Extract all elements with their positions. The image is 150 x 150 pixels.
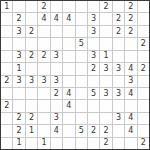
cell-r7c7[interactable] [76, 76, 87, 87]
cell-r4c4[interactable] [38, 38, 49, 49]
cell-r8c11[interactable]: 4 [125, 88, 136, 99]
cell-r6c7[interactable] [76, 63, 87, 74]
cell-r10c2[interactable]: 2 [13, 113, 24, 124]
cell-r12c3[interactable] [26, 138, 37, 149]
cell-r5c1[interactable] [1, 51, 12, 62]
cell-r6c5[interactable] [51, 63, 62, 74]
cell-r6c9[interactable]: 3 [100, 63, 111, 74]
cell-r12c11[interactable] [125, 138, 136, 149]
cell-r9c4[interactable] [38, 100, 49, 111]
cell-r1c4[interactable]: 2 [38, 1, 49, 12]
cell-r10c12[interactable] [138, 113, 149, 124]
cell-r2c1[interactable] [1, 13, 12, 24]
cell-r1c10[interactable] [113, 1, 124, 12]
cell-r4c9[interactable] [100, 38, 111, 49]
cell-r8c12[interactable] [138, 88, 149, 99]
cell-r9c6[interactable]: 4 [63, 100, 74, 111]
cell-r6c6[interactable] [63, 63, 74, 74]
cell-r3c8[interactable]: 3 [88, 26, 99, 37]
cell-r5c6[interactable] [63, 51, 74, 62]
cell-r12c1[interactable] [1, 138, 12, 149]
cell-r3c7[interactable] [76, 26, 87, 37]
cell-r10c10[interactable]: 3 [113, 113, 124, 124]
cell-r10c3[interactable]: 2 [26, 113, 37, 124]
cell-r7c3[interactable]: 3 [26, 76, 37, 87]
cell-r9c9[interactable] [100, 100, 111, 111]
cell-r8c2[interactable] [13, 88, 24, 99]
cell-r2c6[interactable]: 4 [63, 13, 74, 24]
cell-r11c9[interactable]: 2 [100, 125, 111, 136]
cell-r7c10[interactable] [113, 76, 124, 87]
cell-r3c11[interactable]: 2 [125, 26, 136, 37]
cell-r8c10[interactable]: 3 [113, 88, 124, 99]
cell-r11c2[interactable]: 2 [13, 125, 24, 136]
cell-r7c12[interactable] [138, 76, 149, 87]
cell-r8c5[interactable]: 2 [51, 88, 62, 99]
cell-r8c6[interactable]: 4 [63, 88, 74, 99]
cell-r8c1[interactable] [1, 88, 12, 99]
cell-r1c5[interactable] [51, 1, 62, 12]
cell-r9c5[interactable] [51, 100, 62, 111]
cell-r4c11[interactable] [125, 38, 136, 49]
cell-r5c5[interactable]: 3 [51, 51, 62, 62]
cell-r9c10[interactable] [113, 100, 124, 111]
puzzle-board: 1222244432232322523223311233422333332453… [0, 0, 150, 150]
cell-r6c1[interactable] [1, 63, 12, 74]
cell-r7c1[interactable]: 2 [1, 76, 12, 87]
cell-r2c2[interactable]: 2 [13, 13, 24, 24]
cell-r2c3[interactable] [26, 13, 37, 24]
cell-r3c6[interactable] [63, 26, 74, 37]
cell-r4c3[interactable] [26, 38, 37, 49]
cell-r3c12[interactable] [138, 26, 149, 37]
cell-r8c8[interactable]: 5 [88, 88, 99, 99]
cell-r8c7[interactable] [76, 88, 87, 99]
cell-r3c10[interactable]: 2 [113, 26, 124, 37]
cell-r6c10[interactable]: 3 [113, 63, 124, 74]
cell-r2c5[interactable]: 4 [51, 13, 62, 24]
cell-r6c8[interactable]: 2 [88, 63, 99, 74]
cell-r7c11[interactable]: 3 [125, 76, 136, 87]
cell-r3c4[interactable] [38, 26, 49, 37]
cell-r12c9[interactable]: 2 [100, 138, 111, 149]
cell-r11c11[interactable]: 4 [125, 125, 136, 136]
cell-r1c6[interactable] [63, 1, 74, 12]
cell-r7c2[interactable]: 3 [13, 76, 24, 87]
cell-r10c9[interactable] [100, 113, 111, 124]
cell-r11c6[interactable] [63, 125, 74, 136]
cell-r5c12[interactable] [138, 51, 149, 62]
cell-r4c12[interactable]: 2 [138, 38, 149, 49]
cell-r8c3[interactable] [26, 88, 37, 99]
cell-r9c3[interactable] [26, 100, 37, 111]
cell-r5c7[interactable] [76, 51, 87, 62]
cell-r9c8[interactable] [88, 100, 99, 111]
cell-r8c9[interactable]: 3 [100, 88, 111, 99]
cell-r12c6[interactable] [63, 138, 74, 149]
cell-r12c8[interactable] [88, 138, 99, 149]
cell-r11c8[interactable]: 2 [88, 125, 99, 136]
cell-r2c11[interactable]: 2 [125, 13, 136, 24]
cell-r7c9[interactable] [100, 76, 111, 87]
cell-r1c9[interactable]: 2 [100, 1, 111, 12]
cell-r2c7[interactable] [76, 13, 87, 24]
cell-r3c2[interactable]: 3 [13, 26, 24, 37]
cell-r12c7[interactable] [76, 138, 87, 149]
cell-r11c3[interactable]: 1 [26, 125, 37, 136]
cell-r9c7[interactable] [76, 100, 87, 111]
cell-r2c8[interactable]: 3 [88, 13, 99, 24]
cell-r4c10[interactable] [113, 38, 124, 49]
cell-r11c1[interactable] [1, 125, 12, 136]
cell-r11c10[interactable] [113, 125, 124, 136]
cell-r7c5[interactable]: 3 [51, 76, 62, 87]
cell-r9c1[interactable]: 2 [1, 100, 12, 111]
cell-r1c2[interactable] [13, 1, 24, 12]
cell-r1c7[interactable] [76, 1, 87, 12]
cell-r6c11[interactable]: 4 [125, 63, 136, 74]
cell-r2c4[interactable]: 4 [38, 13, 49, 24]
cell-r7c8[interactable] [88, 76, 99, 87]
cell-r5c2[interactable]: 3 [13, 51, 24, 62]
cell-r3c5[interactable] [51, 26, 62, 37]
cell-r5c8[interactable]: 3 [88, 51, 99, 62]
cell-r11c12[interactable] [138, 125, 149, 136]
cell-r5c11[interactable] [125, 51, 136, 62]
cell-r9c11[interactable] [125, 100, 136, 111]
cell-r6c12[interactable]: 2 [138, 63, 149, 74]
cell-r10c5[interactable]: 3 [51, 113, 62, 124]
cell-r3c3[interactable]: 2 [26, 26, 37, 37]
cell-r12c5[interactable] [51, 138, 62, 149]
cell-r1c12[interactable] [138, 1, 149, 12]
cell-r2c12[interactable] [138, 13, 149, 24]
cell-r9c2[interactable] [13, 100, 24, 111]
cell-r2c9[interactable] [100, 13, 111, 24]
cell-r7c6[interactable] [63, 76, 74, 87]
cell-r4c7[interactable]: 5 [76, 38, 87, 49]
cell-r11c5[interactable]: 4 [51, 125, 62, 136]
cell-r2c10[interactable]: 2 [113, 13, 124, 24]
cell-r5c4[interactable]: 2 [38, 51, 49, 62]
cell-r4c8[interactable] [88, 38, 99, 49]
cell-r3c1[interactable] [1, 26, 12, 37]
cell-r11c4[interactable] [38, 125, 49, 136]
cell-r6c3[interactable] [26, 63, 37, 74]
cell-r10c11[interactable]: 4 [125, 113, 136, 124]
cell-r1c11[interactable]: 2 [125, 1, 136, 12]
cell-r9c12[interactable] [138, 100, 149, 111]
cell-r4c5[interactable] [51, 38, 62, 49]
cell-r1c3[interactable] [26, 1, 37, 12]
cell-r3c9[interactable] [100, 26, 111, 37]
cell-r10c7[interactable] [76, 113, 87, 124]
cell-r12c10[interactable] [113, 138, 124, 149]
cell-r5c3[interactable]: 2 [26, 51, 37, 62]
cell-r10c1[interactable] [1, 113, 12, 124]
cell-r7c4[interactable]: 3 [38, 76, 49, 87]
cell-r6c2[interactable]: 1 [13, 63, 24, 74]
cell-r8c4[interactable] [38, 88, 49, 99]
cell-r12c4[interactable]: 1 [38, 138, 49, 149]
cell-r10c6[interactable] [63, 113, 74, 124]
cell-r4c2[interactable] [13, 38, 24, 49]
cell-r4c1[interactable] [1, 38, 12, 49]
cell-r12c12[interactable]: 2 [138, 138, 149, 149]
cell-r11c7[interactable]: 5 [76, 125, 87, 136]
cell-r10c8[interactable] [88, 113, 99, 124]
cell-r12c2[interactable]: 1 [13, 138, 24, 149]
cell-r4c6[interactable] [63, 38, 74, 49]
cell-r6c4[interactable] [38, 63, 49, 74]
cell-r10c4[interactable] [38, 113, 49, 124]
cell-r1c8[interactable] [88, 1, 99, 12]
cell-r1c1[interactable]: 1 [1, 1, 12, 12]
cell-r5c9[interactable]: 1 [100, 51, 111, 62]
cell-r5c10[interactable] [113, 51, 124, 62]
